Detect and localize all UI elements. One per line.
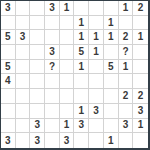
cell-clue-r3c6: 1 <box>89 45 104 60</box>
cell-empty-r0c6[interactable] <box>89 1 104 16</box>
cell-empty-r3c9[interactable] <box>133 45 148 60</box>
cell-clue-r8c9: 1 <box>133 119 148 134</box>
cell-empty-r9c9[interactable] <box>133 133 148 148</box>
cell-clue-r8c4: 1 <box>60 119 75 134</box>
cell-empty-r8c0[interactable] <box>1 119 16 134</box>
cell-empty-r3c1[interactable] <box>16 45 31 60</box>
cell-empty-r6c4[interactable] <box>60 89 75 104</box>
cell-clue-r2c7: 1 <box>104 30 119 45</box>
cell-empty-r4c4[interactable] <box>60 60 75 75</box>
cell-clue-r9c7: 1 <box>104 133 119 148</box>
cell-clue-r0c8: 1 <box>119 1 134 16</box>
cell-empty-r4c6[interactable] <box>89 60 104 75</box>
cell-empty-r6c7[interactable] <box>104 89 119 104</box>
cell-clue-r4c0: 5 <box>1 60 16 75</box>
cell-empty-r7c4[interactable] <box>60 104 75 119</box>
cell-clue-r4c3: ? <box>45 60 60 75</box>
cell-empty-r6c6[interactable] <box>89 89 104 104</box>
cell-clue-r7c5: 1 <box>74 104 89 119</box>
cell-empty-r0c1[interactable] <box>16 1 31 16</box>
cell-clue-r9c0: 3 <box>1 133 16 148</box>
cell-empty-r5c6[interactable] <box>89 74 104 89</box>
cell-empty-r0c5[interactable] <box>74 1 89 16</box>
cell-empty-r0c7[interactable] <box>104 1 119 16</box>
cell-empty-r5c5[interactable] <box>74 74 89 89</box>
cell-empty-r1c9[interactable] <box>133 16 148 31</box>
cell-empty-r5c3[interactable] <box>45 74 60 89</box>
cell-empty-r1c2[interactable] <box>30 16 45 31</box>
cell-clue-r1c5: 1 <box>74 16 89 31</box>
cell-empty-r9c3[interactable] <box>45 133 60 148</box>
cell-clue-r3c5: 5 <box>74 45 89 60</box>
cell-clue-r9c4: 3 <box>60 133 75 148</box>
cell-empty-r3c2[interactable] <box>30 45 45 60</box>
cell-clue-r4c5: 1 <box>74 60 89 75</box>
cell-empty-r8c7[interactable] <box>104 119 119 134</box>
cell-empty-r7c3[interactable] <box>45 104 60 119</box>
cell-clue-r9c2: 3 <box>30 133 45 148</box>
cell-clue-r2c0: 5 <box>1 30 16 45</box>
minesweeper-board: 33112115311121351?5?151422133313313331 <box>0 0 150 150</box>
cell-empty-r1c3[interactable] <box>45 16 60 31</box>
cell-clue-r0c3: 3 <box>45 1 60 16</box>
cell-empty-r6c0[interactable] <box>1 89 16 104</box>
cell-clue-r7c6: 3 <box>89 104 104 119</box>
cell-empty-r5c1[interactable] <box>16 74 31 89</box>
cell-empty-r5c9[interactable] <box>133 74 148 89</box>
cell-clue-r7c9: 3 <box>133 104 148 119</box>
cell-clue-r2c8: 2 <box>119 30 134 45</box>
cell-empty-r9c8[interactable] <box>119 133 134 148</box>
cell-clue-r4c8: 1 <box>119 60 134 75</box>
cell-empty-r6c3[interactable] <box>45 89 60 104</box>
cell-clue-r4c7: 5 <box>104 60 119 75</box>
cell-empty-r5c8[interactable] <box>119 74 134 89</box>
cell-empty-r9c5[interactable] <box>74 133 89 148</box>
cell-clue-r5c0: 4 <box>1 74 16 89</box>
cell-empty-r3c4[interactable] <box>60 45 75 60</box>
cell-clue-r2c1: 3 <box>16 30 31 45</box>
cell-empty-r2c2[interactable] <box>30 30 45 45</box>
cell-empty-r7c1[interactable] <box>16 104 31 119</box>
cell-clue-r0c9: 2 <box>133 1 148 16</box>
cell-empty-r0c2[interactable] <box>30 1 45 16</box>
cell-empty-r7c8[interactable] <box>119 104 134 119</box>
cell-clue-r0c4: 1 <box>60 1 75 16</box>
cell-empty-r5c7[interactable] <box>104 74 119 89</box>
cell-empty-r7c7[interactable] <box>104 104 119 119</box>
cell-clue-r6c8: 2 <box>119 89 134 104</box>
cell-empty-r2c3[interactable] <box>45 30 60 45</box>
cell-clue-r2c5: 1 <box>74 30 89 45</box>
cell-empty-r8c1[interactable] <box>16 119 31 134</box>
cell-empty-r1c0[interactable] <box>1 16 16 31</box>
cell-clue-r2c6: 1 <box>89 30 104 45</box>
cell-empty-r3c7[interactable] <box>104 45 119 60</box>
cell-empty-r6c1[interactable] <box>16 89 31 104</box>
cell-clue-r8c8: 3 <box>119 119 134 134</box>
cell-empty-r1c6[interactable] <box>89 16 104 31</box>
cell-clue-r6c9: 2 <box>133 89 148 104</box>
cell-empty-r1c8[interactable] <box>119 16 134 31</box>
cell-empty-r6c5[interactable] <box>74 89 89 104</box>
cell-empty-r8c3[interactable] <box>45 119 60 134</box>
cell-empty-r4c9[interactable] <box>133 60 148 75</box>
cell-empty-r6c2[interactable] <box>30 89 45 104</box>
cell-clue-r3c3: 3 <box>45 45 60 60</box>
cell-empty-r5c2[interactable] <box>30 74 45 89</box>
cell-clue-r2c9: 1 <box>133 30 148 45</box>
cell-clue-r0c0: 3 <box>1 1 16 16</box>
cell-empty-r2c4[interactable] <box>60 30 75 45</box>
cell-empty-r4c2[interactable] <box>30 60 45 75</box>
cell-empty-r5c4[interactable] <box>60 74 75 89</box>
cell-empty-r7c2[interactable] <box>30 104 45 119</box>
cell-empty-r3c0[interactable] <box>1 45 16 60</box>
cell-empty-r9c1[interactable] <box>16 133 31 148</box>
cell-empty-r7c0[interactable] <box>1 104 16 119</box>
cell-empty-r8c6[interactable] <box>89 119 104 134</box>
cell-empty-r1c1[interactable] <box>16 16 31 31</box>
cell-clue-r8c5: 3 <box>74 119 89 134</box>
cell-clue-r3c8: ? <box>119 45 134 60</box>
cell-empty-r1c4[interactable] <box>60 16 75 31</box>
cell-clue-r8c2: 3 <box>30 119 45 134</box>
cell-clue-r1c7: 1 <box>104 16 119 31</box>
cell-empty-r9c6[interactable] <box>89 133 104 148</box>
cell-empty-r4c1[interactable] <box>16 60 31 75</box>
